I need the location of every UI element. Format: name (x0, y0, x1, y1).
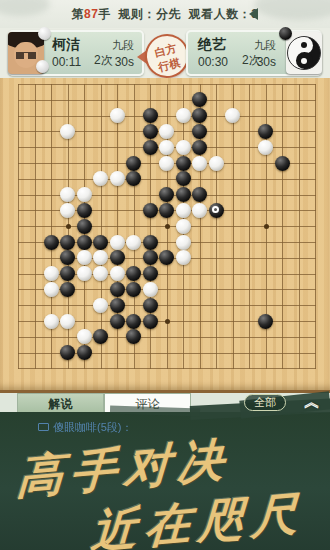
black-stone (60, 345, 75, 360)
game-status-text: 第87手 规则：分先 观看人数：3 (0, 6, 330, 23)
black-stone (143, 108, 158, 123)
white-stone (60, 203, 75, 218)
player-period-seconds: 30s (257, 55, 276, 69)
white-stone (176, 250, 191, 265)
collapse-triangle-icon[interactable] (249, 8, 258, 20)
white-stone (77, 266, 92, 281)
white-stone (159, 140, 174, 155)
black-stone (209, 203, 224, 218)
black-stone (192, 140, 207, 155)
yinyang-dot (301, 58, 307, 64)
black-stone (60, 282, 75, 297)
black-stone (258, 124, 273, 139)
black-stone (143, 203, 158, 218)
white-stone (176, 203, 191, 218)
info-bar: 第87手 规则：分先 观看人数：3 (0, 0, 330, 28)
black-stone (60, 266, 75, 281)
white-stone (176, 235, 191, 250)
move-suffix: 手 (98, 7, 111, 21)
white-stone (77, 187, 92, 202)
black-stone (60, 235, 75, 250)
chat-message: 傻眼咖啡(5段)： (38, 420, 132, 435)
black-stone (126, 314, 141, 329)
black-stone (110, 314, 125, 329)
black-stone (93, 329, 108, 344)
grid-line-v (299, 84, 300, 369)
white-stone (110, 266, 125, 281)
white-stone (60, 124, 75, 139)
white-stone (44, 266, 59, 281)
black-stone (77, 219, 92, 234)
star-point (66, 224, 71, 229)
black-stone (176, 156, 191, 171)
white-stone (176, 140, 191, 155)
white-stone (110, 235, 125, 250)
black-stone-badge (279, 27, 292, 40)
viewers-label: 观看人数：3 (189, 7, 259, 21)
black-stone (143, 298, 158, 313)
player-name: 绝艺 (198, 36, 226, 54)
player-rank: 九段 (112, 38, 134, 53)
black-stone (110, 282, 125, 297)
all-filter-button[interactable]: 全部 (244, 394, 286, 411)
black-stone (110, 250, 125, 265)
black-stone (143, 314, 158, 329)
black-stone (77, 203, 92, 218)
white-stone (159, 156, 174, 171)
grid-line-v (18, 84, 19, 369)
white-stone (44, 314, 59, 329)
black-stone (110, 298, 125, 313)
white-stone (176, 219, 191, 234)
black-stone (258, 314, 273, 329)
black-stone (192, 92, 207, 107)
black-stone (77, 235, 92, 250)
black-stone (143, 250, 158, 265)
black-stone (126, 282, 141, 297)
white-stone-badge (36, 60, 49, 73)
black-stone (192, 124, 207, 139)
player-rank: 九段 (254, 38, 276, 53)
move-prefix: 第 (72, 7, 85, 21)
white-stone (126, 235, 141, 250)
white-stone (60, 314, 75, 329)
black-stone (159, 250, 174, 265)
rules-label: 规则：分先 (119, 7, 182, 21)
black-stone (176, 171, 191, 186)
white-stone (93, 298, 108, 313)
white-stone (93, 171, 108, 186)
grid-line-v (101, 84, 102, 369)
yinyang-icon (287, 36, 321, 70)
player-name: 柯洁 (52, 36, 80, 54)
player-panel-right: 绝艺 九段 00:30 2次 30s (186, 30, 322, 76)
white-stone (77, 250, 92, 265)
white-stone (93, 250, 108, 265)
grid-line-v (233, 84, 234, 369)
black-stone (77, 345, 92, 360)
white-stone-badge (38, 27, 51, 40)
last-move-marker (212, 206, 219, 213)
player-clock: 00:11 (52, 55, 81, 69)
player-periods: 2次 (94, 52, 113, 69)
black-stone (159, 203, 174, 218)
star-point (165, 319, 170, 324)
black-stone (143, 140, 158, 155)
black-stone (126, 156, 141, 171)
player-clock: 00:30 (198, 55, 228, 69)
black-stone (143, 124, 158, 139)
white-stone (209, 156, 224, 171)
star-point (165, 224, 170, 229)
avatar-glasses (16, 52, 36, 59)
black-stone (192, 187, 207, 202)
black-stone (192, 108, 207, 123)
white-stone (159, 124, 174, 139)
black-stone (275, 156, 290, 171)
grid-line-v (216, 84, 217, 369)
player-period-seconds: 30s (115, 55, 134, 69)
white-stone (225, 108, 240, 123)
white-stone (77, 329, 92, 344)
black-stone (143, 266, 158, 281)
player-panel-left: 柯洁 九段 00:11 2次 30s (8, 30, 144, 76)
white-stone (110, 108, 125, 123)
grid-line-v (249, 84, 250, 369)
grid-line-v (282, 84, 283, 369)
white-stone (192, 203, 207, 218)
go-app-screen: 第87手 规则：分先 观看人数：3 柯洁 九段 00:11 2次 30s 白方 … (0, 0, 330, 550)
black-stone (143, 235, 158, 250)
yinyang-dot (301, 42, 307, 48)
white-stone (258, 140, 273, 155)
monitor-icon (38, 423, 49, 431)
black-stone (93, 235, 108, 250)
black-stone (176, 187, 191, 202)
grid-line-v (35, 84, 36, 369)
black-stone (60, 250, 75, 265)
star-point (264, 224, 269, 229)
white-stone (93, 266, 108, 281)
chat-text: 傻眼咖啡(5段)： (53, 421, 132, 433)
collapse-chevron-icon[interactable]: 《 (301, 394, 320, 409)
white-stone (176, 108, 191, 123)
tab-commentary[interactable]: 解说 (17, 393, 104, 413)
black-stone (126, 329, 141, 344)
promo-banner[interactable]: 傻眼咖啡(5段)： 高手对决 近在咫尺 (0, 412, 330, 550)
players-row: 柯洁 九段 00:11 2次 30s 白方 行棋 绝艺 九段 00:30 2 (0, 28, 330, 78)
white-stone (110, 171, 125, 186)
white-stone (143, 282, 158, 297)
grid-line-v (315, 84, 316, 369)
black-stone (159, 187, 174, 202)
black-stone (126, 266, 141, 281)
turn-seal: 白方 行棋 (139, 34, 187, 82)
go-board[interactable] (0, 78, 330, 393)
avatar-jueyi[interactable] (286, 32, 322, 74)
black-stone (126, 171, 141, 186)
move-number: 87 (84, 7, 98, 21)
white-stone (60, 187, 75, 202)
white-stone (44, 282, 59, 297)
black-stone (44, 235, 59, 250)
white-stone (192, 156, 207, 171)
